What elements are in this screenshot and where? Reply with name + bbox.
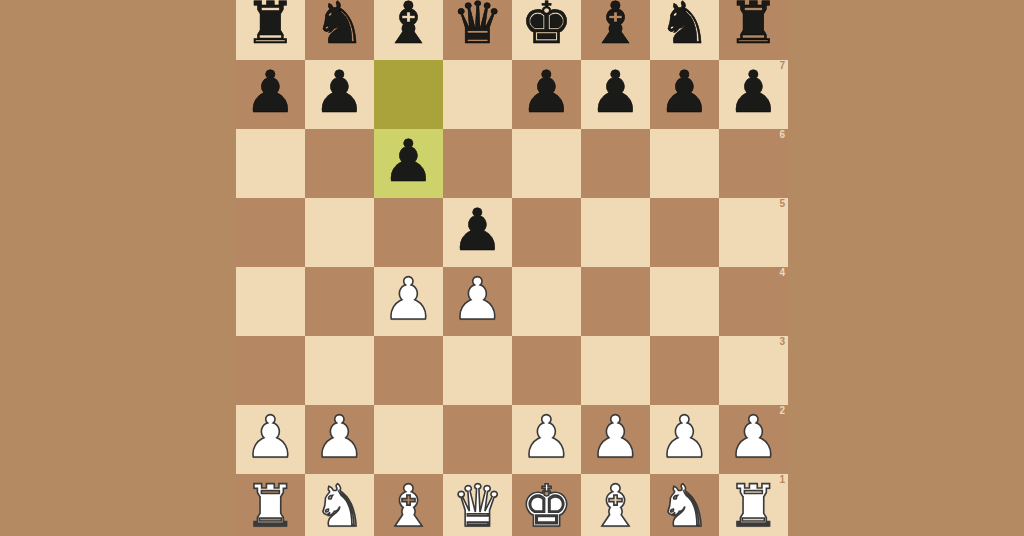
black-knight-b8[interactable]: ♞: [314, 0, 366, 58]
square-e1[interactable]: ♚: [512, 474, 581, 536]
square-f3[interactable]: [581, 336, 650, 405]
white-pawn-g2[interactable]: ♟: [659, 403, 711, 472]
square-g3[interactable]: [650, 336, 719, 405]
square-e4[interactable]: [512, 267, 581, 336]
black-bishop-c8[interactable]: ♝: [383, 0, 435, 58]
black-queen-d8[interactable]: ♛: [452, 0, 504, 58]
square-g5[interactable]: [650, 198, 719, 267]
white-pawn-c4[interactable]: ♟: [383, 265, 435, 334]
square-e8[interactable]: ♚: [512, 0, 581, 60]
square-f2[interactable]: ♟: [581, 405, 650, 474]
white-pawn-e2[interactable]: ♟: [521, 403, 573, 472]
white-king-e1[interactable]: ♚: [521, 472, 573, 536]
white-knight-b1[interactable]: ♞: [314, 472, 366, 536]
rank-label-3: 3: [779, 337, 785, 347]
square-c4[interactable]: ♟: [374, 267, 443, 336]
white-knight-g1[interactable]: ♞: [659, 472, 711, 536]
black-pawn-h7[interactable]: ♟: [728, 58, 780, 127]
square-c2[interactable]: [374, 405, 443, 474]
black-pawn-b7[interactable]: ♟: [314, 58, 366, 127]
black-rook-a8[interactable]: ♜: [245, 0, 297, 58]
square-e2[interactable]: ♟: [512, 405, 581, 474]
square-c5[interactable]: [374, 198, 443, 267]
square-h4[interactable]: 4: [719, 267, 788, 336]
square-a6[interactable]: [236, 129, 305, 198]
rank-label-7: 7: [779, 61, 785, 71]
square-f8[interactable]: ♝: [581, 0, 650, 60]
square-h6[interactable]: 6: [719, 129, 788, 198]
white-queen-d1[interactable]: ♛: [452, 472, 504, 536]
square-d8[interactable]: ♛: [443, 0, 512, 60]
square-f7[interactable]: ♟: [581, 60, 650, 129]
square-g1[interactable]: ♞: [650, 474, 719, 536]
square-a5[interactable]: [236, 198, 305, 267]
square-f4[interactable]: [581, 267, 650, 336]
square-f6[interactable]: [581, 129, 650, 198]
square-h5[interactable]: 5: [719, 198, 788, 267]
square-d1[interactable]: ♛: [443, 474, 512, 536]
black-pawn-a7[interactable]: ♟: [245, 58, 297, 127]
rank-label-5: 5: [779, 199, 785, 209]
square-g6[interactable]: [650, 129, 719, 198]
square-g8[interactable]: ♞: [650, 0, 719, 60]
square-d4[interactable]: ♟: [443, 267, 512, 336]
square-a8[interactable]: ♜: [236, 0, 305, 60]
white-pawn-b2[interactable]: ♟: [314, 403, 366, 472]
square-c3[interactable]: [374, 336, 443, 405]
rank-label-6: 6: [779, 130, 785, 140]
square-g7[interactable]: ♟: [650, 60, 719, 129]
square-b4[interactable]: [305, 267, 374, 336]
square-e5[interactable]: [512, 198, 581, 267]
square-g2[interactable]: ♟: [650, 405, 719, 474]
square-d3[interactable]: [443, 336, 512, 405]
square-d2[interactable]: [443, 405, 512, 474]
rank-label-4: 4: [779, 268, 785, 278]
black-pawn-g7[interactable]: ♟: [659, 58, 711, 127]
black-king-e8[interactable]: ♚: [521, 0, 573, 58]
white-rook-a1[interactable]: ♜: [245, 472, 297, 536]
black-pawn-f7[interactable]: ♟: [590, 58, 642, 127]
square-c8[interactable]: ♝: [374, 0, 443, 60]
square-b2[interactable]: ♟: [305, 405, 374, 474]
square-a3[interactable]: [236, 336, 305, 405]
square-f1[interactable]: ♝: [581, 474, 650, 536]
square-h8[interactable]: ♜8: [719, 0, 788, 60]
square-a1[interactable]: ♜: [236, 474, 305, 536]
square-f5[interactable]: [581, 198, 650, 267]
rank-label-2: 2: [779, 406, 785, 416]
square-c6[interactable]: ♟: [374, 129, 443, 198]
black-knight-g8[interactable]: ♞: [659, 0, 711, 58]
square-b6[interactable]: [305, 129, 374, 198]
square-a2[interactable]: ♟: [236, 405, 305, 474]
square-h1[interactable]: ♜1: [719, 474, 788, 536]
black-rook-h8[interactable]: ♜: [728, 0, 780, 58]
page-background: ♜♞♝♛♚♝♞♜8♟♟♟♟♟♟7♟6♟5♟♟43♟♟♟♟♟♟2♜♞♝♛♚♝♞♜1: [0, 0, 1024, 536]
square-e7[interactable]: ♟: [512, 60, 581, 129]
square-h2[interactable]: ♟2: [719, 405, 788, 474]
square-b8[interactable]: ♞: [305, 0, 374, 60]
white-pawn-a2[interactable]: ♟: [245, 403, 297, 472]
chess-board: ♜♞♝♛♚♝♞♜8♟♟♟♟♟♟7♟6♟5♟♟43♟♟♟♟♟♟2♜♞♝♛♚♝♞♜1: [236, 0, 788, 536]
square-b1[interactable]: ♞: [305, 474, 374, 536]
square-h7[interactable]: ♟7: [719, 60, 788, 129]
square-c1[interactable]: ♝: [374, 474, 443, 536]
white-pawn-d4[interactable]: ♟: [452, 265, 504, 334]
square-a4[interactable]: [236, 267, 305, 336]
square-e6[interactable]: [512, 129, 581, 198]
square-c7[interactable]: [374, 60, 443, 129]
rank-label-8: 8: [779, 0, 785, 2]
square-h3[interactable]: 3: [719, 336, 788, 405]
square-a7[interactable]: ♟: [236, 60, 305, 129]
black-pawn-e7[interactable]: ♟: [521, 58, 573, 127]
black-bishop-f8[interactable]: ♝: [590, 0, 642, 58]
square-b7[interactable]: ♟: [305, 60, 374, 129]
black-pawn-c6[interactable]: ♟: [383, 127, 435, 196]
square-g4[interactable]: [650, 267, 719, 336]
square-e3[interactable]: [512, 336, 581, 405]
square-b5[interactable]: [305, 198, 374, 267]
white-pawn-h2[interactable]: ♟: [728, 403, 780, 472]
white-rook-h1[interactable]: ♜: [728, 472, 780, 536]
square-b3[interactable]: [305, 336, 374, 405]
rank-label-1: 1: [779, 475, 785, 485]
white-pawn-f2[interactable]: ♟: [590, 403, 642, 472]
white-bishop-f1[interactable]: ♝: [590, 472, 642, 536]
square-d5[interactable]: ♟: [443, 198, 512, 267]
white-bishop-c1[interactable]: ♝: [383, 472, 435, 536]
black-pawn-d5[interactable]: ♟: [452, 196, 504, 265]
square-d6[interactable]: [443, 129, 512, 198]
square-d7[interactable]: [443, 60, 512, 129]
